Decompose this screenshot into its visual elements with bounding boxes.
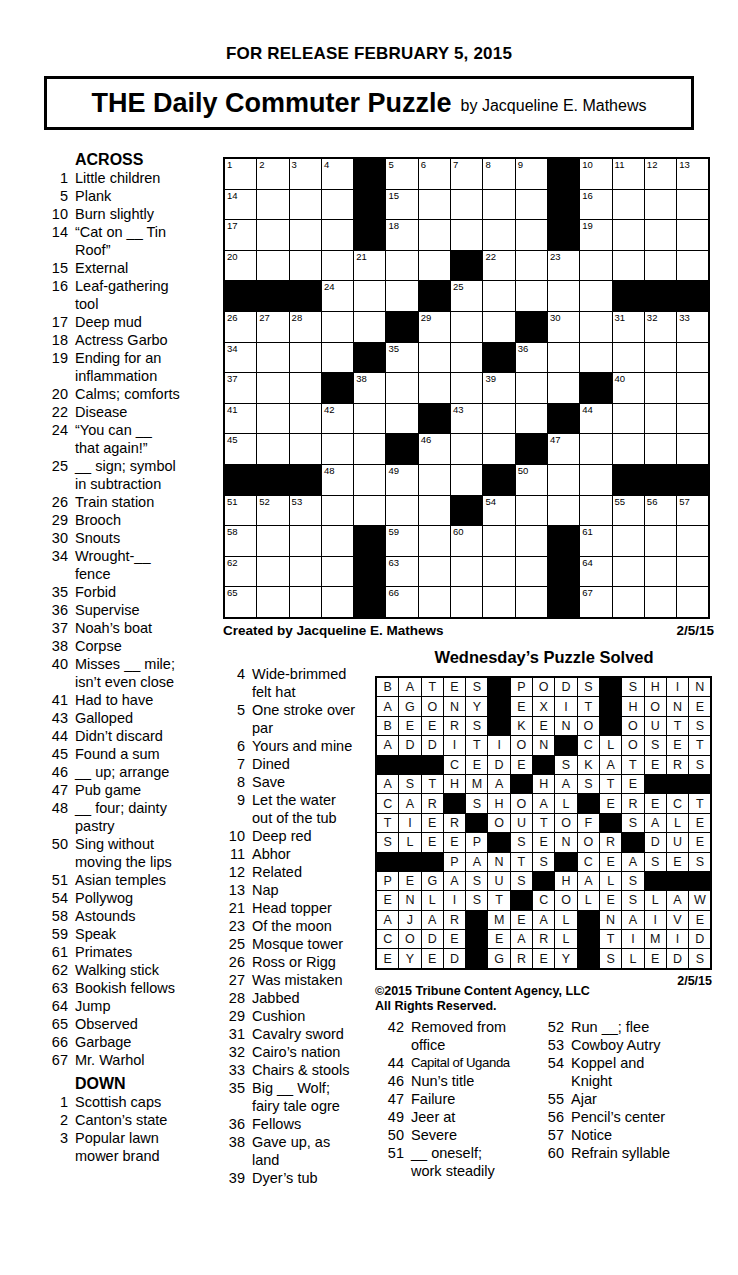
clue-number: 42 xyxy=(380,1018,404,1036)
puzzle-cell[interactable]: 32 xyxy=(645,312,676,342)
clue-text: Big __ Wolf; fairy tale ogre xyxy=(252,1079,357,1115)
puzzle-cell[interactable]: 67 xyxy=(580,587,611,617)
puzzle-credit: Created by Jacqueline E. Mathews xyxy=(223,623,444,638)
puzzle-cell[interactable] xyxy=(290,343,321,373)
solution-cell: O xyxy=(533,678,554,696)
puzzle-cell[interactable] xyxy=(257,220,288,250)
puzzle-cell[interactable] xyxy=(451,343,482,373)
clue-number: 8 xyxy=(221,773,245,791)
puzzle-cell[interactable]: 15 xyxy=(386,190,417,220)
puzzle-cell[interactable] xyxy=(580,496,611,526)
solution-cell: E xyxy=(444,833,465,851)
solution-cell-black xyxy=(555,853,576,871)
cell-number: 62 xyxy=(227,558,238,568)
puzzle-cell[interactable] xyxy=(451,312,482,342)
solution-cell-black xyxy=(667,872,688,890)
puzzle-cell[interactable] xyxy=(290,373,321,403)
clue-number: 34 xyxy=(40,547,68,565)
puzzle-cell[interactable] xyxy=(419,220,450,250)
puzzle-cell[interactable]: 34 xyxy=(225,343,256,373)
clue-text: Galloped xyxy=(75,709,180,727)
puzzle-cell[interactable]: 64 xyxy=(580,557,611,587)
puzzle-cell[interactable]: 24 xyxy=(322,281,353,311)
solution-cell: T xyxy=(377,814,398,832)
puzzle-cell[interactable] xyxy=(257,373,288,403)
puzzle-cell[interactable]: 8 xyxy=(483,159,514,189)
clue-text: Koppel and Knight xyxy=(571,1054,676,1090)
puzzle-cell[interactable] xyxy=(419,343,450,373)
clue-text: Save xyxy=(252,773,357,791)
clue-text: Calms; comforts xyxy=(75,385,180,403)
solution-cell: S xyxy=(466,717,487,735)
puzzle-cell[interactable] xyxy=(257,587,288,617)
puzzle-cell[interactable] xyxy=(613,526,644,556)
solution-cell: K xyxy=(578,756,599,774)
puzzle-cell[interactable]: 25 xyxy=(451,281,482,311)
puzzle-cell[interactable] xyxy=(516,373,547,403)
puzzle-cell[interactable] xyxy=(322,190,353,220)
cell-number: 47 xyxy=(550,435,561,445)
puzzle-cell[interactable]: 49 xyxy=(386,465,417,495)
puzzle-cell[interactable]: 62 xyxy=(225,557,256,587)
puzzle-cell[interactable] xyxy=(419,190,450,220)
clue-number: 25 xyxy=(221,935,245,953)
clue-text: “You can __ that again!” xyxy=(75,421,180,457)
puzzle-cell-black xyxy=(354,587,385,617)
clue-text: Pub game xyxy=(75,781,180,799)
puzzle-cell[interactable]: 29 xyxy=(419,312,450,342)
clue-text: Run __; flee xyxy=(571,1018,676,1036)
puzzle-cell[interactable] xyxy=(580,343,611,373)
solution-cell: N xyxy=(399,891,420,909)
clue-across-14: 14“Cat on __ Tin Roof” xyxy=(40,223,200,259)
solution-cell: T xyxy=(689,794,710,812)
solution-cell: T xyxy=(422,678,443,696)
puzzle-cell-black xyxy=(354,190,385,220)
puzzle-cell[interactable]: 53 xyxy=(290,496,321,526)
solution-cell: H xyxy=(645,678,666,696)
solution-cell: N xyxy=(488,853,509,871)
puzzle-cell[interactable] xyxy=(516,404,547,434)
puzzle-cell[interactable] xyxy=(677,526,708,556)
puzzle-cell[interactable] xyxy=(677,220,708,250)
puzzle-cell[interactable] xyxy=(419,496,450,526)
puzzle-cell[interactable]: 18 xyxy=(386,220,417,250)
puzzle-cell[interactable] xyxy=(451,220,482,250)
clue-number: 21 xyxy=(221,899,245,917)
puzzle-cell[interactable]: 28 xyxy=(290,312,321,342)
puzzle-cell[interactable] xyxy=(322,434,353,464)
solution-cell: S xyxy=(622,872,643,890)
solution-cell: I xyxy=(444,736,465,754)
puzzle-cell[interactable] xyxy=(516,251,547,281)
puzzle-cell[interactable] xyxy=(354,434,385,464)
clue-across-1: 1Little children xyxy=(40,169,200,187)
puzzle-cell[interactable] xyxy=(322,220,353,250)
clue-across-61: 61Primates xyxy=(40,943,200,961)
solution-cell: F xyxy=(578,814,599,832)
clue-text: Severe xyxy=(411,1126,516,1144)
puzzle-cell[interactable] xyxy=(613,190,644,220)
puzzle-cell[interactable] xyxy=(677,251,708,281)
solution-cell: S xyxy=(600,949,621,967)
puzzle-cell[interactable] xyxy=(483,190,514,220)
solution-cell: R xyxy=(444,717,465,735)
puzzle-cell[interactable] xyxy=(613,587,644,617)
puzzle-cell[interactable] xyxy=(613,220,644,250)
cell-number: 6 xyxy=(421,160,426,170)
puzzle-cell[interactable] xyxy=(419,251,450,281)
puzzle-cell[interactable]: 52 xyxy=(257,496,288,526)
puzzle-cell[interactable] xyxy=(677,434,708,464)
puzzle-cell[interactable]: 1 xyxy=(225,159,256,189)
puzzle-cell[interactable] xyxy=(645,373,676,403)
puzzle-cell[interactable] xyxy=(645,434,676,464)
puzzle-cell-black xyxy=(322,373,353,403)
clue-across-48: 48__ four; dainty pastry xyxy=(40,799,200,835)
clue-text: Forbid xyxy=(75,583,180,601)
solution-cell: N xyxy=(667,697,688,715)
puzzle-cell[interactable]: 41 xyxy=(225,404,256,434)
puzzle-cell[interactable]: 37 xyxy=(225,373,256,403)
puzzle-cell[interactable]: 23 xyxy=(548,251,579,281)
puzzle-cell[interactable] xyxy=(483,434,514,464)
solution-cell: E xyxy=(667,853,688,871)
puzzle-cell[interactable] xyxy=(419,557,450,587)
puzzle-cell[interactable]: 6 xyxy=(419,159,450,189)
puzzle-cell[interactable]: 40 xyxy=(613,373,644,403)
puzzle-cell-black xyxy=(516,312,547,342)
puzzle-cell[interactable]: 17 xyxy=(225,220,256,250)
puzzle-cell[interactable]: 5 xyxy=(386,159,417,189)
puzzle-cell[interactable] xyxy=(290,251,321,281)
puzzle-cell[interactable] xyxy=(483,281,514,311)
puzzle-cell[interactable] xyxy=(645,557,676,587)
cell-number: 10 xyxy=(582,160,593,170)
clue-text: Misses __ mile; isn’t even close xyxy=(75,655,180,691)
clue-number: 29 xyxy=(221,1007,245,1025)
puzzle-cell[interactable] xyxy=(645,220,676,250)
puzzle-cell[interactable]: 50 xyxy=(516,465,547,495)
puzzle-cell[interactable] xyxy=(677,557,708,587)
puzzle-cell[interactable] xyxy=(419,526,450,556)
puzzle-cell[interactable] xyxy=(677,190,708,220)
puzzle-cell[interactable] xyxy=(451,557,482,587)
puzzle-cell[interactable] xyxy=(516,557,547,587)
solution-cell: S xyxy=(622,678,643,696)
puzzle-cell[interactable]: 26 xyxy=(225,312,256,342)
solution-cell: E xyxy=(444,930,465,948)
clue-down_d-53: 53Cowboy Autry xyxy=(540,1036,710,1054)
puzzle-cell[interactable] xyxy=(290,557,321,587)
puzzle-cell[interactable] xyxy=(257,404,288,434)
puzzle-cell[interactable] xyxy=(516,526,547,556)
puzzle-cell[interactable]: 9 xyxy=(516,159,547,189)
puzzle-cell[interactable] xyxy=(419,587,450,617)
puzzle-cell[interactable] xyxy=(677,404,708,434)
puzzle-cell[interactable]: 42 xyxy=(322,404,353,434)
puzzle-cell[interactable] xyxy=(257,251,288,281)
puzzle-cell[interactable] xyxy=(483,557,514,587)
puzzle-cell[interactable] xyxy=(451,434,482,464)
puzzle-cell[interactable]: 14 xyxy=(225,190,256,220)
solution-cell: O xyxy=(645,697,666,715)
puzzle-cell[interactable] xyxy=(322,496,353,526)
clue-down_b-7: 7Dined xyxy=(221,755,381,773)
puzzle-cell[interactable] xyxy=(354,404,385,434)
puzzle-cell[interactable] xyxy=(322,312,353,342)
puzzle-cell[interactable] xyxy=(354,465,385,495)
puzzle-cell[interactable]: 31 xyxy=(613,312,644,342)
solution-cell: E xyxy=(399,872,420,890)
puzzle-cell[interactable] xyxy=(613,343,644,373)
solution-cell: R xyxy=(533,930,554,948)
puzzle-cell[interactable]: 38 xyxy=(354,373,385,403)
puzzle-cell[interactable] xyxy=(548,373,579,403)
puzzle-cell[interactable]: 54 xyxy=(483,496,514,526)
cell-number: 43 xyxy=(453,405,464,415)
puzzle-cell[interactable]: 43 xyxy=(451,404,482,434)
cell-number: 48 xyxy=(324,466,335,476)
clue-number: 43 xyxy=(40,709,68,727)
clue-across-20: 20Calms; comforts xyxy=(40,385,200,403)
solution-cell: E xyxy=(667,736,688,754)
puzzle-cell[interactable]: 45 xyxy=(225,434,256,464)
puzzle-cell[interactable]: 11 xyxy=(613,159,644,189)
puzzle-cell[interactable] xyxy=(451,465,482,495)
puzzle-cell[interactable] xyxy=(386,251,417,281)
clue-number: 14 xyxy=(40,223,68,241)
puzzle-cell[interactable] xyxy=(645,190,676,220)
solution-cell: E xyxy=(488,930,509,948)
puzzle-cell[interactable] xyxy=(290,190,321,220)
clue-text: Leaf-gathering tool xyxy=(75,277,180,313)
clue-number: 44 xyxy=(380,1054,404,1072)
puzzle-cell[interactable] xyxy=(580,251,611,281)
puzzle-cell[interactable] xyxy=(257,557,288,587)
puzzle-cell[interactable] xyxy=(613,251,644,281)
puzzle-cell[interactable] xyxy=(290,434,321,464)
puzzle-cell[interactable]: 66 xyxy=(386,587,417,617)
puzzle-cell[interactable] xyxy=(645,404,676,434)
puzzle-cell[interactable]: 47 xyxy=(548,434,579,464)
puzzle-cell[interactable]: 59 xyxy=(386,526,417,556)
solution-cell: A xyxy=(488,775,509,793)
puzzle-cell[interactable] xyxy=(257,343,288,373)
clue-down_b-9: 9Let the water out of the tub xyxy=(221,791,381,827)
solution-cell: O xyxy=(422,697,443,715)
puzzle-cell[interactable]: 46 xyxy=(419,434,450,464)
puzzle-cell[interactable]: 2 xyxy=(257,159,288,189)
clue-down_c-51: 51__ oneself; work steadily xyxy=(380,1144,538,1180)
puzzle-cell[interactable]: 33 xyxy=(677,312,708,342)
puzzle-cell[interactable] xyxy=(483,312,514,342)
puzzle-cell[interactable] xyxy=(677,343,708,373)
puzzle-cell[interactable]: 55 xyxy=(613,496,644,526)
solution-cell: R xyxy=(600,833,621,851)
puzzle-cell[interactable]: 10 xyxy=(580,159,611,189)
puzzle-cell[interactable] xyxy=(290,587,321,617)
solution-cell: A xyxy=(600,756,621,774)
puzzle-cell[interactable] xyxy=(322,587,353,617)
puzzle-cell[interactable]: 58 xyxy=(225,526,256,556)
puzzle-cell[interactable]: 30 xyxy=(548,312,579,342)
clue-number: 23 xyxy=(221,917,245,935)
puzzle-cell[interactable]: 27 xyxy=(257,312,288,342)
puzzle-cell-black xyxy=(516,434,547,464)
puzzle-cell[interactable] xyxy=(613,557,644,587)
puzzle-cell[interactable] xyxy=(677,587,708,617)
puzzle-cell[interactable] xyxy=(257,526,288,556)
puzzle-cell[interactable]: 21 xyxy=(354,251,385,281)
solution-cell: A xyxy=(555,775,576,793)
puzzle-cell[interactable]: 51 xyxy=(225,496,256,526)
puzzle-cell[interactable]: 13 xyxy=(677,159,708,189)
puzzle-cell[interactable] xyxy=(354,496,385,526)
puzzle-cell[interactable] xyxy=(677,373,708,403)
puzzle-cell[interactable] xyxy=(645,587,676,617)
cell-number: 31 xyxy=(615,313,626,323)
puzzle-cell[interactable] xyxy=(419,465,450,495)
clue-number: 46 xyxy=(40,763,68,781)
solution-cell: E xyxy=(689,697,710,715)
solution-cell-black xyxy=(555,736,576,754)
puzzle-cell[interactable] xyxy=(354,312,385,342)
puzzle-cell[interactable] xyxy=(483,526,514,556)
clue-number: 58 xyxy=(40,907,68,925)
puzzle-cell[interactable]: 3 xyxy=(290,159,321,189)
cell-number: 55 xyxy=(615,497,626,507)
puzzle-cell[interactable]: 61 xyxy=(580,526,611,556)
puzzle-cell[interactable]: 56 xyxy=(645,496,676,526)
clue-text: Astounds xyxy=(75,907,180,925)
puzzle-cell[interactable] xyxy=(548,465,579,495)
clue-down_d-54: 54Koppel and Knight xyxy=(540,1054,710,1090)
puzzle-cell[interactable] xyxy=(548,343,579,373)
puzzle-cell[interactable] xyxy=(580,312,611,342)
puzzle-cell[interactable] xyxy=(322,251,353,281)
puzzle-cell[interactable] xyxy=(290,526,321,556)
solution-cell-black xyxy=(645,775,666,793)
puzzle-cell[interactable] xyxy=(516,281,547,311)
puzzle-cell[interactable]: 19 xyxy=(580,220,611,250)
puzzle-cell[interactable] xyxy=(386,281,417,311)
puzzle-cell[interactable] xyxy=(386,373,417,403)
puzzle-cell-black xyxy=(548,220,579,250)
puzzle-cell[interactable]: 48 xyxy=(322,465,353,495)
puzzle-cell[interactable] xyxy=(613,404,644,434)
puzzle-cell[interactable] xyxy=(516,587,547,617)
puzzle-cell[interactable] xyxy=(613,434,644,464)
puzzle-cell[interactable] xyxy=(516,220,547,250)
puzzle-cell[interactable] xyxy=(645,251,676,281)
solution-cell: U xyxy=(645,717,666,735)
puzzle-cell[interactable]: 57 xyxy=(677,496,708,526)
puzzle-cell[interactable]: 12 xyxy=(645,159,676,189)
puzzle-cell[interactable] xyxy=(580,465,611,495)
clue-text: Train station xyxy=(75,493,180,511)
puzzle-cell[interactable] xyxy=(386,496,417,526)
puzzle-cell[interactable]: 16 xyxy=(580,190,611,220)
clue-text: Brooch xyxy=(75,511,180,529)
puzzle-cell[interactable]: 4 xyxy=(322,159,353,189)
puzzle-cell[interactable] xyxy=(516,496,547,526)
puzzle-cell-black xyxy=(613,281,644,311)
solution-cell: S xyxy=(466,678,487,696)
puzzle-cell[interactable] xyxy=(645,343,676,373)
clue-text: Jump xyxy=(75,997,180,1015)
puzzle-cell[interactable] xyxy=(257,434,288,464)
puzzle-cell[interactable]: 35 xyxy=(386,343,417,373)
puzzle-cell[interactable]: 65 xyxy=(225,587,256,617)
puzzle-cell-black xyxy=(257,465,288,495)
solution-cell: P xyxy=(444,853,465,871)
puzzle-cell[interactable]: 20 xyxy=(225,251,256,281)
solution-cell: D xyxy=(555,678,576,696)
puzzle-cell[interactable]: 39 xyxy=(483,373,514,403)
puzzle-cell[interactable] xyxy=(516,190,547,220)
puzzle-cell[interactable] xyxy=(257,190,288,220)
puzzle-cell[interactable] xyxy=(290,404,321,434)
puzzle-cell[interactable] xyxy=(645,526,676,556)
puzzle-cell[interactable] xyxy=(419,373,450,403)
puzzle-cell[interactable] xyxy=(548,496,579,526)
puzzle-cell-black xyxy=(548,404,579,434)
clue-text: Sing without moving the lips xyxy=(75,835,180,871)
clue-number: 9 xyxy=(221,791,245,809)
puzzle-cell[interactable] xyxy=(322,526,353,556)
puzzle-cell[interactable] xyxy=(386,404,417,434)
clue-down_b-6: 6Yours and mine xyxy=(221,737,381,755)
puzzle-cell[interactable]: 36 xyxy=(516,343,547,373)
puzzle-cell[interactable] xyxy=(483,404,514,434)
clue-text: Ending for an inflammation xyxy=(75,349,180,385)
solution-cell: B xyxy=(377,678,398,696)
solution-cell: I xyxy=(667,678,688,696)
puzzle-cell[interactable] xyxy=(483,587,514,617)
puzzle-cell[interactable] xyxy=(451,373,482,403)
cell-number: 59 xyxy=(388,527,399,537)
puzzle-cell[interactable] xyxy=(580,434,611,464)
cell-number: 44 xyxy=(582,405,593,415)
puzzle-cell[interactable] xyxy=(483,220,514,250)
solution-cell-black xyxy=(533,872,554,890)
puzzle-cell[interactable] xyxy=(354,281,385,311)
solution-cell: T xyxy=(600,930,621,948)
clue-text: Asian temples xyxy=(75,871,180,889)
solution-cell-black xyxy=(444,794,465,812)
puzzle-cell[interactable] xyxy=(451,190,482,220)
clue-text: Notice xyxy=(571,1126,676,1144)
puzzle-cell[interactable] xyxy=(548,281,579,311)
clue-number: 22 xyxy=(40,403,68,421)
cell-number: 37 xyxy=(227,374,238,384)
puzzle-cell[interactable] xyxy=(580,281,611,311)
puzzle-cell[interactable]: 7 xyxy=(451,159,482,189)
puzzle-cell[interactable]: 44 xyxy=(580,404,611,434)
puzzle-cell[interactable]: 63 xyxy=(386,557,417,587)
clue-number: 5 xyxy=(40,187,68,205)
puzzle-cell[interactable] xyxy=(451,587,482,617)
puzzle-cell[interactable] xyxy=(322,343,353,373)
puzzle-cell[interactable] xyxy=(322,557,353,587)
clue-across-50: 50Sing without moving the lips xyxy=(40,835,200,871)
puzzle-cell[interactable]: 60 xyxy=(451,526,482,556)
puzzle-cell[interactable]: 22 xyxy=(483,251,514,281)
cell-number: 67 xyxy=(582,588,593,598)
puzzle-cell[interactable] xyxy=(290,220,321,250)
copyright-line-1: ©2015 Tribune Content Agency, LLC xyxy=(375,984,590,998)
